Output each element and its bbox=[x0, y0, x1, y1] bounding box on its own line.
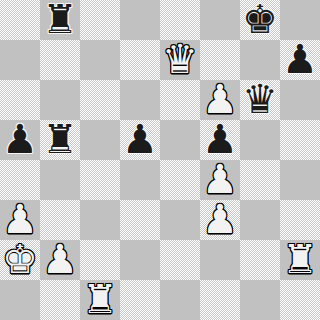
white-queen-icon[interactable]: ♛ bbox=[162, 40, 198, 79]
square-a2[interactable]: ♚ bbox=[0, 240, 40, 280]
square-c7[interactable] bbox=[80, 40, 120, 80]
square-e3[interactable] bbox=[160, 200, 200, 240]
square-c3[interactable] bbox=[80, 200, 120, 240]
square-f5[interactable]: ♟ bbox=[200, 120, 240, 160]
square-d1[interactable] bbox=[120, 280, 160, 320]
square-f8[interactable] bbox=[200, 0, 240, 40]
square-h3[interactable] bbox=[280, 200, 320, 240]
square-h7[interactable]: ♟ bbox=[280, 40, 320, 80]
square-d5[interactable]: ♟ bbox=[120, 120, 160, 160]
square-e7[interactable]: ♛ bbox=[160, 40, 200, 80]
square-g5[interactable] bbox=[240, 120, 280, 160]
square-c8[interactable] bbox=[80, 0, 120, 40]
white-pawn-icon[interactable]: ♟ bbox=[202, 200, 238, 239]
square-f3[interactable]: ♟ bbox=[200, 200, 240, 240]
square-h5[interactable] bbox=[280, 120, 320, 160]
square-b8[interactable]: ♜ bbox=[40, 0, 80, 40]
square-f7[interactable] bbox=[200, 40, 240, 80]
square-h1[interactable] bbox=[280, 280, 320, 320]
square-f4[interactable]: ♟ bbox=[200, 160, 240, 200]
black-king-icon[interactable]: ♚ bbox=[242, 0, 278, 39]
square-h6[interactable] bbox=[280, 80, 320, 120]
square-d4[interactable] bbox=[120, 160, 160, 200]
square-b5[interactable]: ♜ bbox=[40, 120, 80, 160]
square-g1[interactable] bbox=[240, 280, 280, 320]
white-rook-icon[interactable]: ♜ bbox=[282, 240, 318, 279]
square-a5[interactable]: ♟ bbox=[0, 120, 40, 160]
square-a6[interactable] bbox=[0, 80, 40, 120]
square-g2[interactable] bbox=[240, 240, 280, 280]
square-b1[interactable] bbox=[40, 280, 80, 320]
square-a7[interactable] bbox=[0, 40, 40, 80]
black-pawn-icon[interactable]: ♟ bbox=[282, 40, 318, 79]
black-queen-icon[interactable]: ♛ bbox=[242, 80, 278, 119]
square-b3[interactable] bbox=[40, 200, 80, 240]
square-h2[interactable]: ♜ bbox=[280, 240, 320, 280]
square-b4[interactable] bbox=[40, 160, 80, 200]
white-rook-icon[interactable]: ♜ bbox=[82, 280, 118, 319]
square-h8[interactable] bbox=[280, 0, 320, 40]
square-g7[interactable] bbox=[240, 40, 280, 80]
white-pawn-icon[interactable]: ♟ bbox=[202, 80, 238, 119]
black-rook-icon[interactable]: ♜ bbox=[42, 120, 78, 159]
square-a8[interactable] bbox=[0, 0, 40, 40]
square-a3[interactable]: ♟ bbox=[0, 200, 40, 240]
square-e6[interactable] bbox=[160, 80, 200, 120]
white-pawn-icon[interactable]: ♟ bbox=[2, 200, 38, 239]
square-h4[interactable] bbox=[280, 160, 320, 200]
square-a4[interactable] bbox=[0, 160, 40, 200]
black-pawn-icon[interactable]: ♟ bbox=[202, 120, 238, 159]
chess-board: ♜♚♛♟♟♛♟♜♟♟♟♟♟♚♟♜♜ bbox=[0, 0, 320, 320]
white-king-icon[interactable]: ♚ bbox=[2, 240, 38, 279]
white-pawn-icon[interactable]: ♟ bbox=[202, 160, 238, 199]
square-f2[interactable] bbox=[200, 240, 240, 280]
square-d7[interactable] bbox=[120, 40, 160, 80]
square-f6[interactable]: ♟ bbox=[200, 80, 240, 120]
square-f1[interactable] bbox=[200, 280, 240, 320]
square-d3[interactable] bbox=[120, 200, 160, 240]
black-pawn-icon[interactable]: ♟ bbox=[2, 120, 38, 159]
square-g4[interactable] bbox=[240, 160, 280, 200]
square-g6[interactable]: ♛ bbox=[240, 80, 280, 120]
square-c5[interactable] bbox=[80, 120, 120, 160]
square-b6[interactable] bbox=[40, 80, 80, 120]
square-e5[interactable] bbox=[160, 120, 200, 160]
square-d6[interactable] bbox=[120, 80, 160, 120]
square-c4[interactable] bbox=[80, 160, 120, 200]
white-pawn-icon[interactable]: ♟ bbox=[42, 240, 78, 279]
black-pawn-icon[interactable]: ♟ bbox=[122, 120, 158, 159]
square-e4[interactable] bbox=[160, 160, 200, 200]
square-b7[interactable] bbox=[40, 40, 80, 80]
square-b2[interactable]: ♟ bbox=[40, 240, 80, 280]
square-d2[interactable] bbox=[120, 240, 160, 280]
square-d8[interactable] bbox=[120, 0, 160, 40]
square-e8[interactable] bbox=[160, 0, 200, 40]
square-a1[interactable] bbox=[0, 280, 40, 320]
black-rook-icon[interactable]: ♜ bbox=[42, 0, 78, 39]
square-e2[interactable] bbox=[160, 240, 200, 280]
square-c1[interactable]: ♜ bbox=[80, 280, 120, 320]
square-g3[interactable] bbox=[240, 200, 280, 240]
square-e1[interactable] bbox=[160, 280, 200, 320]
square-c2[interactable] bbox=[80, 240, 120, 280]
square-g8[interactable]: ♚ bbox=[240, 0, 280, 40]
square-c6[interactable] bbox=[80, 80, 120, 120]
